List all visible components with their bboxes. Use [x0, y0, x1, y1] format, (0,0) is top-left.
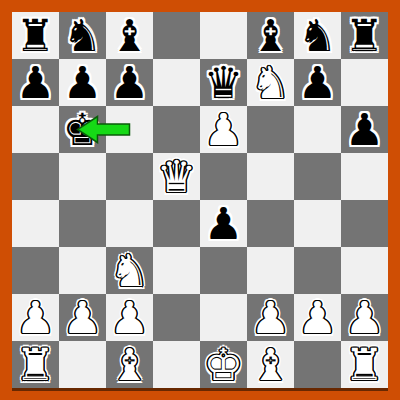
square-a4[interactable]	[12, 200, 59, 247]
black-pawn[interactable]: ♟	[63, 59, 102, 106]
black-king[interactable]: ♚	[63, 106, 102, 153]
square-h5[interactable]	[341, 153, 388, 200]
square-b4[interactable]	[59, 200, 106, 247]
square-b3[interactable]	[59, 247, 106, 294]
white-knight[interactable]: ♞	[110, 247, 149, 294]
square-g3[interactable]	[294, 247, 341, 294]
square-b7[interactable]: ♟	[59, 59, 106, 106]
square-e7[interactable]: ♛	[200, 59, 247, 106]
white-pawn[interactable]: ♟	[63, 294, 102, 341]
white-pawn[interactable]: ♟	[110, 294, 149, 341]
square-g5[interactable]	[294, 153, 341, 200]
square-c2[interactable]: ♟	[106, 294, 153, 341]
square-e3[interactable]	[200, 247, 247, 294]
square-c1[interactable]: ♝	[106, 341, 153, 388]
square-b8[interactable]: ♞	[59, 12, 106, 59]
square-b2[interactable]: ♟	[59, 294, 106, 341]
square-e8[interactable]	[200, 12, 247, 59]
square-b6[interactable]: ♚	[59, 106, 106, 153]
square-c7[interactable]: ♟	[106, 59, 153, 106]
black-bishop[interactable]: ♝	[110, 12, 149, 59]
square-g6[interactable]	[294, 106, 341, 153]
square-a2[interactable]: ♟	[12, 294, 59, 341]
square-d6[interactable]	[153, 106, 200, 153]
square-c5[interactable]	[106, 153, 153, 200]
white-pawn[interactable]: ♟	[16, 294, 55, 341]
square-f7[interactable]: ♞	[247, 59, 294, 106]
square-f8[interactable]: ♝	[247, 12, 294, 59]
square-h2[interactable]: ♟	[341, 294, 388, 341]
white-bishop[interactable]: ♝	[110, 341, 149, 388]
white-bishop[interactable]: ♝	[251, 341, 290, 388]
square-g7[interactable]: ♟	[294, 59, 341, 106]
black-queen[interactable]: ♛	[204, 59, 243, 106]
black-rook[interactable]: ♜	[16, 12, 55, 59]
white-pawn[interactable]: ♟	[298, 294, 337, 341]
square-h8[interactable]: ♜	[341, 12, 388, 59]
square-h7[interactable]	[341, 59, 388, 106]
square-a7[interactable]: ♟	[12, 59, 59, 106]
white-rook[interactable]: ♜	[16, 341, 55, 388]
square-d4[interactable]	[153, 200, 200, 247]
square-h3[interactable]	[341, 247, 388, 294]
white-king[interactable]: ♚	[204, 341, 243, 388]
square-g8[interactable]: ♞	[294, 12, 341, 59]
square-h6[interactable]: ♟	[341, 106, 388, 153]
black-bishop[interactable]: ♝	[251, 12, 290, 59]
square-c8[interactable]: ♝	[106, 12, 153, 59]
square-c4[interactable]	[106, 200, 153, 247]
black-pawn[interactable]: ♟	[345, 106, 384, 153]
square-g2[interactable]: ♟	[294, 294, 341, 341]
square-f2[interactable]: ♟	[247, 294, 294, 341]
white-pawn[interactable]: ♟	[204, 106, 243, 153]
square-h1[interactable]: ♜	[341, 341, 388, 388]
white-pawn[interactable]: ♟	[345, 294, 384, 341]
square-e4[interactable]: ♟	[200, 200, 247, 247]
square-h4[interactable]	[341, 200, 388, 247]
square-d8[interactable]	[153, 12, 200, 59]
square-c6[interactable]	[106, 106, 153, 153]
square-d1[interactable]	[153, 341, 200, 388]
square-a5[interactable]	[12, 153, 59, 200]
square-f4[interactable]	[247, 200, 294, 247]
white-rook[interactable]: ♜	[345, 341, 384, 388]
square-a3[interactable]	[12, 247, 59, 294]
square-f6[interactable]	[247, 106, 294, 153]
square-d5[interactable]: ♛	[153, 153, 200, 200]
square-e2[interactable]	[200, 294, 247, 341]
black-rook[interactable]: ♜	[345, 12, 384, 59]
square-a1[interactable]: ♜	[12, 341, 59, 388]
board-frame: ♜♞♝♝♞♜♟♟♟♛♞♟♚♟♟♛♟♞♟♟♟♟♟♟♜♝♚♝♜	[0, 0, 400, 400]
chess-board: ♜♞♝♝♞♜♟♟♟♛♞♟♚♟♟♛♟♞♟♟♟♟♟♟♜♝♚♝♜	[12, 12, 388, 388]
square-e6[interactable]: ♟	[200, 106, 247, 153]
white-knight[interactable]: ♞	[251, 59, 290, 106]
square-f3[interactable]	[247, 247, 294, 294]
square-d7[interactable]	[153, 59, 200, 106]
black-pawn[interactable]: ♟	[204, 200, 243, 247]
square-e5[interactable]	[200, 153, 247, 200]
black-pawn[interactable]: ♟	[110, 59, 149, 106]
square-g4[interactable]	[294, 200, 341, 247]
black-knight[interactable]: ♞	[298, 12, 337, 59]
square-f1[interactable]: ♝	[247, 341, 294, 388]
square-a8[interactable]: ♜	[12, 12, 59, 59]
square-b1[interactable]	[59, 341, 106, 388]
square-d3[interactable]	[153, 247, 200, 294]
square-d2[interactable]	[153, 294, 200, 341]
square-b5[interactable]	[59, 153, 106, 200]
white-queen[interactable]: ♛	[157, 153, 196, 200]
black-pawn[interactable]: ♟	[16, 59, 55, 106]
square-c3[interactable]: ♞	[106, 247, 153, 294]
square-f5[interactable]	[247, 153, 294, 200]
white-pawn[interactable]: ♟	[251, 294, 290, 341]
square-e1[interactable]: ♚	[200, 341, 247, 388]
black-knight[interactable]: ♞	[63, 12, 102, 59]
square-g1[interactable]	[294, 341, 341, 388]
square-a6[interactable]	[12, 106, 59, 153]
black-pawn[interactable]: ♟	[298, 59, 337, 106]
